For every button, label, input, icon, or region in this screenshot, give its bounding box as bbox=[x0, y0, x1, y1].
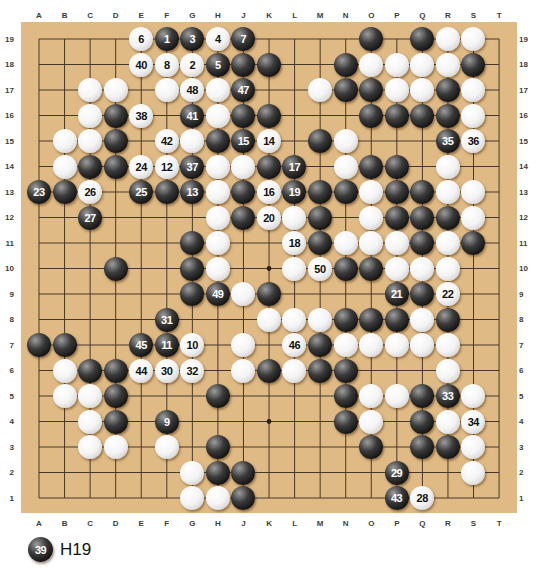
board-cell[interactable] bbox=[384, 307, 410, 333]
board-cell[interactable] bbox=[77, 281, 103, 307]
board-cell[interactable] bbox=[282, 205, 308, 231]
board-cell[interactable] bbox=[26, 460, 52, 486]
board-cell[interactable] bbox=[409, 26, 435, 52]
board-cell[interactable] bbox=[460, 460, 486, 486]
board-cell[interactable] bbox=[486, 409, 512, 435]
board-cell[interactable] bbox=[231, 52, 257, 78]
board-cell[interactable] bbox=[52, 332, 78, 358]
board-cell[interactable] bbox=[179, 409, 205, 435]
board-cell[interactable] bbox=[384, 409, 410, 435]
board-cell[interactable] bbox=[26, 409, 52, 435]
board-cell[interactable] bbox=[384, 434, 410, 460]
board-cell[interactable] bbox=[435, 52, 461, 78]
board-cell[interactable]: 27 bbox=[77, 205, 103, 231]
board-cell[interactable] bbox=[256, 332, 282, 358]
board-cell[interactable]: 29 bbox=[384, 460, 410, 486]
board-cell[interactable] bbox=[409, 256, 435, 282]
board-cell[interactable] bbox=[307, 409, 333, 435]
board-cell[interactable] bbox=[409, 460, 435, 486]
board-cell[interactable] bbox=[384, 230, 410, 256]
board-cell[interactable]: 5 bbox=[205, 52, 231, 78]
board-cell[interactable] bbox=[103, 281, 129, 307]
board-cell[interactable] bbox=[333, 383, 359, 409]
board-cell[interactable] bbox=[409, 179, 435, 205]
board-cell[interactable] bbox=[460, 77, 486, 103]
board-cell[interactable] bbox=[205, 230, 231, 256]
board-cell[interactable] bbox=[435, 103, 461, 129]
board-cell[interactable]: 21 bbox=[384, 281, 410, 307]
board-cell[interactable] bbox=[460, 383, 486, 409]
board-cell[interactable] bbox=[103, 154, 129, 180]
board-cell[interactable] bbox=[205, 154, 231, 180]
board-cell[interactable] bbox=[26, 485, 52, 511]
board-cell[interactable] bbox=[205, 128, 231, 154]
board-cell[interactable] bbox=[333, 460, 359, 486]
board-cell[interactable] bbox=[333, 409, 359, 435]
board-cell[interactable] bbox=[435, 179, 461, 205]
board-cell[interactable] bbox=[358, 307, 384, 333]
board-cell[interactable] bbox=[256, 103, 282, 129]
board-cell[interactable] bbox=[205, 383, 231, 409]
board-cell[interactable] bbox=[77, 460, 103, 486]
board-cell[interactable] bbox=[358, 281, 384, 307]
board-cell[interactable] bbox=[409, 52, 435, 78]
board-cell[interactable] bbox=[52, 256, 78, 282]
board-cell[interactable] bbox=[231, 358, 257, 384]
board-cell[interactable] bbox=[52, 383, 78, 409]
board-cell[interactable] bbox=[307, 281, 333, 307]
board-cell[interactable]: 4 bbox=[205, 26, 231, 52]
board-cell[interactable]: 18 bbox=[282, 230, 308, 256]
board-cell[interactable] bbox=[384, 26, 410, 52]
board-cell[interactable] bbox=[77, 128, 103, 154]
board-cell[interactable] bbox=[205, 256, 231, 282]
board-cell[interactable] bbox=[231, 307, 257, 333]
board-cell[interactable]: 24 bbox=[128, 154, 154, 180]
board-cell[interactable] bbox=[128, 383, 154, 409]
board-cell[interactable]: 43 bbox=[384, 485, 410, 511]
board-cell[interactable] bbox=[52, 307, 78, 333]
board-cell[interactable] bbox=[333, 332, 359, 358]
board-cell[interactable] bbox=[307, 77, 333, 103]
board-cell[interactable] bbox=[307, 358, 333, 384]
board-cell[interactable] bbox=[103, 307, 129, 333]
board-cell[interactable] bbox=[77, 26, 103, 52]
board-cell[interactable]: 46 bbox=[282, 332, 308, 358]
board-cell[interactable] bbox=[358, 103, 384, 129]
board-cell[interactable] bbox=[179, 383, 205, 409]
board-cell[interactable] bbox=[282, 128, 308, 154]
board-cell[interactable] bbox=[409, 77, 435, 103]
board-cell[interactable]: 34 bbox=[460, 409, 486, 435]
board-cell[interactable] bbox=[435, 434, 461, 460]
board-cell[interactable] bbox=[205, 205, 231, 231]
board-cell[interactable] bbox=[154, 77, 180, 103]
board-cell[interactable] bbox=[282, 434, 308, 460]
board-cell[interactable] bbox=[256, 230, 282, 256]
board-cell[interactable] bbox=[256, 383, 282, 409]
board-cell[interactable] bbox=[103, 358, 129, 384]
board-cell[interactable] bbox=[460, 485, 486, 511]
board-cell[interactable] bbox=[103, 409, 129, 435]
board-cell[interactable] bbox=[103, 434, 129, 460]
board-cell[interactable] bbox=[460, 434, 486, 460]
board-cell[interactable] bbox=[77, 307, 103, 333]
board-cell[interactable] bbox=[333, 358, 359, 384]
board-cell[interactable] bbox=[103, 52, 129, 78]
board-cell[interactable] bbox=[333, 281, 359, 307]
board-cell[interactable] bbox=[384, 128, 410, 154]
board-cell[interactable] bbox=[435, 409, 461, 435]
board-cell[interactable] bbox=[179, 307, 205, 333]
board-cell[interactable] bbox=[333, 230, 359, 256]
board-cell[interactable] bbox=[282, 52, 308, 78]
board-cell[interactable] bbox=[333, 307, 359, 333]
board-cell[interactable] bbox=[256, 485, 282, 511]
board-cell[interactable] bbox=[231, 332, 257, 358]
board-cell[interactable] bbox=[307, 26, 333, 52]
board-cell[interactable] bbox=[384, 179, 410, 205]
board-cell[interactable] bbox=[384, 205, 410, 231]
board-cell[interactable]: 33 bbox=[435, 383, 461, 409]
board-cell[interactable]: 26 bbox=[77, 179, 103, 205]
board-cell[interactable] bbox=[179, 256, 205, 282]
board-cell[interactable] bbox=[282, 103, 308, 129]
board-cell[interactable] bbox=[77, 154, 103, 180]
board-cell[interactable] bbox=[231, 409, 257, 435]
board-cell[interactable] bbox=[52, 281, 78, 307]
board-cell[interactable] bbox=[26, 154, 52, 180]
board-cell[interactable] bbox=[282, 77, 308, 103]
board-cell[interactable] bbox=[205, 103, 231, 129]
board-cell[interactable] bbox=[231, 103, 257, 129]
board-cell[interactable] bbox=[77, 230, 103, 256]
board-cell[interactable] bbox=[435, 460, 461, 486]
board-cell[interactable] bbox=[460, 179, 486, 205]
board-cell[interactable] bbox=[333, 434, 359, 460]
board-cell[interactable]: 23 bbox=[26, 179, 52, 205]
board-cell[interactable] bbox=[26, 205, 52, 231]
board-cell[interactable] bbox=[358, 485, 384, 511]
board-cell[interactable] bbox=[486, 358, 512, 384]
board-cell[interactable] bbox=[486, 179, 512, 205]
board-cell[interactable] bbox=[103, 383, 129, 409]
board-cell[interactable]: 16 bbox=[256, 179, 282, 205]
board-cell[interactable] bbox=[307, 383, 333, 409]
board-cell[interactable] bbox=[26, 77, 52, 103]
board-cell[interactable] bbox=[52, 154, 78, 180]
board-cell[interactable] bbox=[103, 332, 129, 358]
board-cell[interactable] bbox=[486, 332, 512, 358]
board-cell[interactable] bbox=[307, 307, 333, 333]
board-cell[interactable] bbox=[486, 103, 512, 129]
board-cell[interactable] bbox=[154, 434, 180, 460]
board-cell[interactable] bbox=[103, 460, 129, 486]
board-cell[interactable] bbox=[460, 205, 486, 231]
board-cell[interactable] bbox=[52, 205, 78, 231]
board-cell[interactable]: 31 bbox=[154, 307, 180, 333]
board-cell[interactable]: 13 bbox=[179, 179, 205, 205]
board-cell[interactable] bbox=[460, 358, 486, 384]
board-cell[interactable] bbox=[77, 383, 103, 409]
board-cell[interactable] bbox=[128, 460, 154, 486]
board-cell[interactable] bbox=[282, 26, 308, 52]
board-cell[interactable] bbox=[103, 230, 129, 256]
board-cell[interactable] bbox=[409, 307, 435, 333]
board-cell[interactable] bbox=[435, 307, 461, 333]
board-cell[interactable] bbox=[128, 256, 154, 282]
board-cell[interactable]: 42 bbox=[154, 128, 180, 154]
board-cell[interactable] bbox=[205, 460, 231, 486]
board-cell[interactable] bbox=[435, 205, 461, 231]
board-cell[interactable] bbox=[486, 281, 512, 307]
board-cell[interactable] bbox=[307, 154, 333, 180]
board-cell[interactable]: 25 bbox=[128, 179, 154, 205]
board-cell[interactable] bbox=[154, 256, 180, 282]
board-cell[interactable] bbox=[52, 26, 78, 52]
board-cell[interactable] bbox=[307, 179, 333, 205]
board-cell[interactable] bbox=[358, 205, 384, 231]
board-cell[interactable] bbox=[435, 26, 461, 52]
board-cell[interactable] bbox=[384, 103, 410, 129]
board-cell[interactable] bbox=[256, 256, 282, 282]
board-cell[interactable] bbox=[205, 307, 231, 333]
board-cell[interactable] bbox=[103, 485, 129, 511]
board-cell[interactable]: 7 bbox=[231, 26, 257, 52]
board-cell[interactable] bbox=[179, 281, 205, 307]
board-cell[interactable] bbox=[205, 77, 231, 103]
board-cell[interactable] bbox=[128, 409, 154, 435]
board-cell[interactable] bbox=[435, 77, 461, 103]
board-cell[interactable] bbox=[358, 409, 384, 435]
board-cell[interactable]: 17 bbox=[282, 154, 308, 180]
board-cell[interactable] bbox=[435, 332, 461, 358]
board-cell[interactable] bbox=[358, 434, 384, 460]
board-cell[interactable]: 32 bbox=[179, 358, 205, 384]
board-cell[interactable] bbox=[77, 358, 103, 384]
board-cell[interactable] bbox=[52, 103, 78, 129]
board-cell[interactable] bbox=[384, 77, 410, 103]
board-cell[interactable]: 2 bbox=[179, 52, 205, 78]
board-cell[interactable] bbox=[333, 26, 359, 52]
board-cell[interactable] bbox=[256, 281, 282, 307]
board-cell[interactable] bbox=[282, 281, 308, 307]
board-cell[interactable] bbox=[154, 179, 180, 205]
board-cell[interactable] bbox=[154, 460, 180, 486]
board-cell[interactable] bbox=[282, 256, 308, 282]
board-cell[interactable] bbox=[26, 434, 52, 460]
board-cell[interactable] bbox=[460, 332, 486, 358]
board-cell[interactable] bbox=[231, 256, 257, 282]
board-cell[interactable] bbox=[307, 52, 333, 78]
board-cell[interactable]: 8 bbox=[154, 52, 180, 78]
board-cell[interactable] bbox=[128, 128, 154, 154]
board-cell[interactable]: 38 bbox=[128, 103, 154, 129]
board-cell[interactable] bbox=[256, 307, 282, 333]
board-cell[interactable] bbox=[409, 358, 435, 384]
board-cell[interactable] bbox=[486, 77, 512, 103]
board-cell[interactable] bbox=[460, 103, 486, 129]
board-cell[interactable]: 30 bbox=[154, 358, 180, 384]
board-cell[interactable] bbox=[282, 307, 308, 333]
board-cell[interactable]: 35 bbox=[435, 128, 461, 154]
board-cell[interactable] bbox=[52, 128, 78, 154]
board-cell[interactable] bbox=[307, 103, 333, 129]
board-cell[interactable] bbox=[26, 332, 52, 358]
board-cell[interactable] bbox=[128, 485, 154, 511]
board-cell[interactable] bbox=[77, 52, 103, 78]
board-cell[interactable] bbox=[486, 26, 512, 52]
board-cell[interactable] bbox=[52, 52, 78, 78]
board-cell[interactable] bbox=[77, 77, 103, 103]
board-cell[interactable] bbox=[358, 52, 384, 78]
board-cell[interactable]: 44 bbox=[128, 358, 154, 384]
board-cell[interactable] bbox=[409, 154, 435, 180]
board-cell[interactable] bbox=[26, 103, 52, 129]
board-cell[interactable] bbox=[307, 230, 333, 256]
board-cell[interactable] bbox=[103, 205, 129, 231]
board-cell[interactable]: 47 bbox=[231, 77, 257, 103]
board-cell[interactable] bbox=[358, 230, 384, 256]
board-cell[interactable]: 41 bbox=[179, 103, 205, 129]
board-cell[interactable] bbox=[77, 409, 103, 435]
board-cell[interactable]: 22 bbox=[435, 281, 461, 307]
board-cell[interactable] bbox=[179, 128, 205, 154]
board-cell[interactable] bbox=[333, 52, 359, 78]
board-cell[interactable] bbox=[26, 358, 52, 384]
board-cell[interactable] bbox=[128, 230, 154, 256]
board-cell[interactable] bbox=[26, 307, 52, 333]
board-cell[interactable] bbox=[103, 103, 129, 129]
board-cell[interactable] bbox=[231, 230, 257, 256]
board-cell[interactable] bbox=[154, 485, 180, 511]
board-cell[interactable] bbox=[52, 179, 78, 205]
board-cell[interactable] bbox=[77, 256, 103, 282]
board-cell[interactable]: 6 bbox=[128, 26, 154, 52]
board-cell[interactable]: 48 bbox=[179, 77, 205, 103]
board-cell[interactable] bbox=[358, 358, 384, 384]
board-cell[interactable] bbox=[333, 256, 359, 282]
board-cell[interactable] bbox=[435, 154, 461, 180]
board-cell[interactable] bbox=[154, 230, 180, 256]
board-cell[interactable] bbox=[384, 332, 410, 358]
board-cell[interactable] bbox=[435, 230, 461, 256]
board-cell[interactable] bbox=[52, 358, 78, 384]
board-cell[interactable] bbox=[486, 383, 512, 409]
board-cell[interactable] bbox=[307, 332, 333, 358]
board-cell[interactable] bbox=[26, 26, 52, 52]
board-cell[interactable] bbox=[205, 434, 231, 460]
board-cell[interactable] bbox=[128, 77, 154, 103]
board-cell[interactable] bbox=[179, 485, 205, 511]
board-cell[interactable] bbox=[358, 128, 384, 154]
board-cell[interactable] bbox=[256, 77, 282, 103]
board-cell[interactable] bbox=[256, 434, 282, 460]
board-cell[interactable] bbox=[384, 383, 410, 409]
board-cell[interactable] bbox=[486, 205, 512, 231]
board-cell[interactable] bbox=[52, 485, 78, 511]
board-cell[interactable] bbox=[205, 409, 231, 435]
board-cell[interactable] bbox=[103, 128, 129, 154]
board-cell[interactable] bbox=[460, 230, 486, 256]
board-cell[interactable] bbox=[409, 409, 435, 435]
board-cell[interactable] bbox=[26, 383, 52, 409]
board-cell[interactable] bbox=[333, 154, 359, 180]
board-cell[interactable] bbox=[256, 52, 282, 78]
board-cell[interactable] bbox=[52, 460, 78, 486]
board-cell[interactable] bbox=[384, 256, 410, 282]
board-cell[interactable] bbox=[231, 154, 257, 180]
board-cell[interactable]: 37 bbox=[179, 154, 205, 180]
board-cell[interactable] bbox=[358, 383, 384, 409]
board-cell[interactable] bbox=[179, 205, 205, 231]
board-cell[interactable] bbox=[103, 179, 129, 205]
board-cell[interactable] bbox=[307, 460, 333, 486]
board-cell[interactable] bbox=[333, 205, 359, 231]
board-cell[interactable] bbox=[26, 256, 52, 282]
board-cell[interactable] bbox=[282, 383, 308, 409]
board-cell[interactable] bbox=[460, 154, 486, 180]
board-cell[interactable] bbox=[282, 460, 308, 486]
board-cell[interactable] bbox=[435, 256, 461, 282]
board-cell[interactable] bbox=[231, 205, 257, 231]
board-cell[interactable] bbox=[486, 52, 512, 78]
board-cell[interactable] bbox=[307, 485, 333, 511]
board-cell[interactable] bbox=[26, 52, 52, 78]
board-cell[interactable] bbox=[77, 485, 103, 511]
board-cell[interactable] bbox=[333, 179, 359, 205]
board-cell[interactable]: 1 bbox=[154, 26, 180, 52]
board-cell[interactable] bbox=[77, 434, 103, 460]
board-cell[interactable] bbox=[205, 332, 231, 358]
board-cell[interactable] bbox=[256, 26, 282, 52]
board-cell[interactable] bbox=[256, 358, 282, 384]
board-cell[interactable] bbox=[460, 26, 486, 52]
board-cell[interactable] bbox=[256, 409, 282, 435]
board-cell[interactable]: 19 bbox=[282, 179, 308, 205]
board-cell[interactable] bbox=[409, 434, 435, 460]
board-cell[interactable] bbox=[26, 230, 52, 256]
board-cell[interactable] bbox=[358, 256, 384, 282]
board-cell[interactable] bbox=[409, 205, 435, 231]
board-cell[interactable] bbox=[231, 434, 257, 460]
board-cell[interactable] bbox=[384, 154, 410, 180]
board-cell[interactable] bbox=[231, 179, 257, 205]
board-cell[interactable]: 28 bbox=[409, 485, 435, 511]
board-cell[interactable] bbox=[205, 358, 231, 384]
board-cell[interactable] bbox=[179, 460, 205, 486]
board-cell[interactable] bbox=[409, 281, 435, 307]
board-cell[interactable] bbox=[52, 434, 78, 460]
board-cell[interactable]: 49 bbox=[205, 281, 231, 307]
board-cell[interactable] bbox=[128, 281, 154, 307]
board-cell[interactable]: 10 bbox=[179, 332, 205, 358]
board-cell[interactable] bbox=[205, 179, 231, 205]
board-cell[interactable] bbox=[282, 358, 308, 384]
board-cell[interactable] bbox=[435, 485, 461, 511]
board-cell[interactable] bbox=[358, 179, 384, 205]
board-cell[interactable] bbox=[52, 230, 78, 256]
board-cell[interactable] bbox=[77, 103, 103, 129]
board-cell[interactable] bbox=[231, 281, 257, 307]
board-cell[interactable] bbox=[486, 434, 512, 460]
board-cell[interactable] bbox=[256, 460, 282, 486]
board-cell[interactable] bbox=[460, 281, 486, 307]
board-cell[interactable]: 11 bbox=[154, 332, 180, 358]
board-cell[interactable] bbox=[486, 485, 512, 511]
board-cell[interactable] bbox=[307, 205, 333, 231]
board-cell[interactable]: 40 bbox=[128, 52, 154, 78]
